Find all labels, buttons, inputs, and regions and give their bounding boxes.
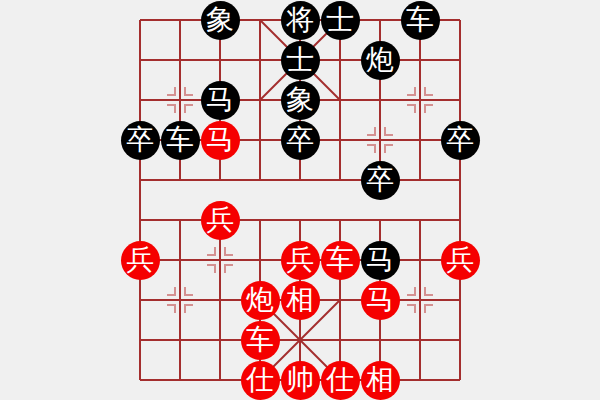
start-point-marker [407, 87, 415, 95]
piece-black-horse[interactable]: 马 [361, 241, 400, 280]
piece-black-soldier[interactable]: 卒 [361, 161, 400, 200]
start-point-marker [367, 127, 375, 135]
piece-red-soldier[interactable]: 兵 [441, 241, 480, 280]
piece-black-general[interactable]: 将 [281, 1, 320, 40]
piece-black-soldier[interactable]: 卒 [121, 121, 160, 160]
start-point-marker [425, 105, 433, 113]
piece-red-advisor[interactable]: 仕 [321, 361, 360, 400]
piece-red-horse[interactable]: 马 [201, 121, 240, 160]
start-point-marker [425, 287, 433, 295]
piece-red-cannon[interactable]: 炮 [241, 281, 280, 320]
start-point-marker [425, 305, 433, 313]
start-point-marker [185, 105, 193, 113]
piece-red-elephant[interactable]: 相 [281, 281, 320, 320]
piece-black-advisor[interactable]: 士 [281, 41, 320, 80]
piece-red-horse[interactable]: 马 [361, 281, 400, 320]
start-point-marker [167, 287, 175, 295]
start-point-marker [385, 127, 393, 135]
start-point-marker [185, 305, 193, 313]
piece-red-chariot[interactable]: 车 [321, 241, 360, 280]
start-point-marker [167, 305, 175, 313]
piece-black-soldier[interactable]: 卒 [441, 121, 480, 160]
start-point-marker [225, 247, 233, 255]
xiangqi-app: 象将士车士炮马象卒车马卒卒卒兵兵兵车马兵炮相马车仕帅仕相 [0, 0, 600, 400]
start-point-marker [385, 145, 393, 153]
start-point-marker [425, 87, 433, 95]
start-point-marker [407, 287, 415, 295]
piece-black-cannon[interactable]: 炮 [361, 41, 400, 80]
start-point-marker [167, 105, 175, 113]
start-point-marker [185, 287, 193, 295]
start-point-marker [207, 247, 215, 255]
piece-black-elephant[interactable]: 象 [281, 81, 320, 120]
xiangqi-board[interactable]: 象将士车士炮马象卒车马卒卒卒兵兵兵车马兵炮相马车仕帅仕相 [0, 0, 600, 400]
piece-black-horse[interactable]: 马 [201, 81, 240, 120]
piece-black-chariot[interactable]: 车 [401, 1, 440, 40]
start-point-marker [167, 87, 175, 95]
start-point-marker [185, 87, 193, 95]
piece-red-soldier[interactable]: 兵 [121, 241, 160, 280]
start-point-marker [367, 145, 375, 153]
piece-black-chariot[interactable]: 车 [161, 121, 200, 160]
start-point-marker [407, 105, 415, 113]
piece-black-soldier[interactable]: 卒 [281, 121, 320, 160]
piece-red-chariot[interactable]: 车 [241, 321, 280, 360]
piece-red-advisor[interactable]: 仕 [241, 361, 280, 400]
piece-red-general[interactable]: 帅 [281, 361, 320, 400]
piece-black-advisor[interactable]: 士 [321, 1, 360, 40]
piece-black-elephant[interactable]: 象 [201, 1, 240, 40]
start-point-marker [207, 265, 215, 273]
piece-red-soldier[interactable]: 兵 [281, 241, 320, 280]
piece-red-elephant[interactable]: 相 [361, 361, 400, 400]
piece-red-soldier[interactable]: 兵 [201, 201, 240, 240]
start-point-marker [407, 305, 415, 313]
start-point-marker [225, 265, 233, 273]
